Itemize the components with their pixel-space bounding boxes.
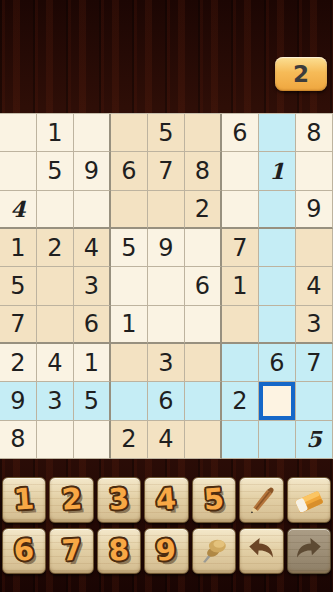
cell-r3c4[interactable]: [111, 191, 148, 229]
num-button-label: 7: [60, 535, 82, 565]
toolbar-row-2: 6789: [2, 528, 331, 574]
cell-r6c9[interactable]: 3: [296, 306, 333, 344]
cell-r1c6[interactable]: [185, 114, 222, 152]
cell-r7c9[interactable]: 7: [296, 344, 333, 382]
cell-r5c4[interactable]: [111, 267, 148, 305]
num-button-label: 6: [13, 535, 35, 565]
cell-r9c2[interactable]: [37, 421, 74, 459]
cell-r4c6[interactable]: [185, 229, 222, 267]
cell-r7c2[interactable]: 4: [37, 344, 74, 382]
num-button-label: 1: [13, 484, 35, 514]
cell-r1c5[interactable]: 5: [148, 114, 185, 152]
cell-r8c5[interactable]: 6: [148, 382, 185, 420]
cell-r5c7[interactable]: 1: [222, 267, 259, 305]
num-button-5[interactable]: 5: [192, 477, 236, 523]
cell-r2c4[interactable]: 6: [111, 152, 148, 190]
cell-r8c8[interactable]: [259, 382, 296, 420]
cell-r6c1[interactable]: 7: [0, 306, 37, 344]
num-button-label: 9: [155, 535, 177, 565]
cell-r2c1[interactable]: [0, 152, 37, 190]
num-button-2[interactable]: 2: [49, 477, 93, 523]
num-button-label: 4: [155, 484, 177, 514]
cell-r5c9[interactable]: 4: [296, 267, 333, 305]
cell-r3c1[interactable]: 4: [0, 191, 37, 229]
cell-r6c7[interactable]: [222, 306, 259, 344]
cell-r8c7[interactable]: 2: [222, 382, 259, 420]
cell-r8c2[interactable]: 3: [37, 382, 74, 420]
num-button-label: 3: [108, 484, 130, 514]
cell-r4c2[interactable]: 2: [37, 229, 74, 267]
cell-r4c4[interactable]: 5: [111, 229, 148, 267]
cell-r3c8[interactable]: [259, 191, 296, 229]
cell-r7c6[interactable]: [185, 344, 222, 382]
cell-r6c2[interactable]: [37, 306, 74, 344]
cell-r5c6[interactable]: 6: [185, 267, 222, 305]
pencil-icon: [245, 484, 277, 516]
cell-r1c2[interactable]: 1: [37, 114, 74, 152]
cell-r7c3[interactable]: 1: [74, 344, 111, 382]
cell-r1c4[interactable]: [111, 114, 148, 152]
num-button-9[interactable]: 9: [144, 528, 188, 574]
cell-r4c8[interactable]: [259, 229, 296, 267]
redo-icon: [293, 535, 325, 567]
cell-r8c4[interactable]: [111, 382, 148, 420]
cell-r4c3[interactable]: 4: [74, 229, 111, 267]
cell-r9c1[interactable]: 8: [0, 421, 37, 459]
cell-r8c1[interactable]: 9: [0, 382, 37, 420]
num-button-label: 5: [203, 484, 225, 514]
num-button-3[interactable]: 3: [97, 477, 141, 523]
eraser-button[interactable]: [287, 477, 331, 523]
sudoku-board: 1568596781429124597536147613241367935628…: [0, 113, 333, 459]
cell-r7c7[interactable]: [222, 344, 259, 382]
cell-r5c8[interactable]: [259, 267, 296, 305]
cell-r1c7[interactable]: 6: [222, 114, 259, 152]
cell-r7c1[interactable]: 2: [0, 344, 37, 382]
eraser-icon: [293, 484, 325, 516]
cell-r2c9[interactable]: [296, 152, 333, 190]
cell-r1c3[interactable]: [74, 114, 111, 152]
cell-r3c6[interactable]: 2: [185, 191, 222, 229]
cell-r7c8[interactable]: 6: [259, 344, 296, 382]
undo-icon: [245, 535, 277, 567]
num-button-1[interactable]: 1: [2, 477, 46, 523]
cell-r9c9[interactable]: 5: [296, 421, 333, 459]
cell-r2c6[interactable]: 8: [185, 152, 222, 190]
cell-r3c7[interactable]: [222, 191, 259, 229]
redo-button[interactable]: [287, 528, 331, 574]
cell-r5c2[interactable]: [37, 267, 74, 305]
cell-r7c4[interactable]: [111, 344, 148, 382]
cell-r7c5[interactable]: 3: [148, 344, 185, 382]
cell-r3c2[interactable]: [37, 191, 74, 229]
num-button-6[interactable]: 6: [2, 528, 46, 574]
cell-r2c3[interactable]: 9: [74, 152, 111, 190]
cell-r4c1[interactable]: 1: [0, 229, 37, 267]
undo-button[interactable]: [239, 528, 283, 574]
hint-counter-badge[interactable]: 2: [275, 57, 327, 91]
cell-r9c6[interactable]: [185, 421, 222, 459]
pencil-button[interactable]: [239, 477, 283, 523]
toolbar-row-1: 12345: [2, 477, 331, 523]
cell-r9c7[interactable]: [222, 421, 259, 459]
cell-r2c7[interactable]: [222, 152, 259, 190]
cell-r2c5[interactable]: 7: [148, 152, 185, 190]
cell-r1c9[interactable]: 8: [296, 114, 333, 152]
cell-r8c6[interactable]: [185, 382, 222, 420]
cell-r4c5[interactable]: 9: [148, 229, 185, 267]
cell-r9c8[interactable]: [259, 421, 296, 459]
cell-r4c9[interactable]: [296, 229, 333, 267]
pushpin-icon: [198, 535, 230, 567]
pushpin-button[interactable]: [192, 528, 236, 574]
cell-r6c3[interactable]: 6: [74, 306, 111, 344]
cell-r8c9[interactable]: [296, 382, 333, 420]
num-button-8[interactable]: 8: [97, 528, 141, 574]
num-button-7[interactable]: 7: [49, 528, 93, 574]
cell-r8c3[interactable]: 5: [74, 382, 111, 420]
cell-r1c1[interactable]: [0, 114, 37, 152]
num-button-label: 8: [108, 535, 130, 565]
cell-r3c3[interactable]: [74, 191, 111, 229]
cell-r2c8[interactable]: 1: [259, 152, 296, 190]
cell-r5c5[interactable]: [148, 267, 185, 305]
cell-r6c8[interactable]: [259, 306, 296, 344]
cell-r6c6[interactable]: [185, 306, 222, 344]
cell-r9c5[interactable]: 4: [148, 421, 185, 459]
cell-r6c5[interactable]: [148, 306, 185, 344]
cell-r5c3[interactable]: 3: [74, 267, 111, 305]
toolbar: 12345 6789: [2, 477, 331, 574]
num-button-4[interactable]: 4: [144, 477, 188, 523]
cell-r9c3[interactable]: [74, 421, 111, 459]
cell-r6c4[interactable]: 1: [111, 306, 148, 344]
num-button-label: 2: [60, 484, 82, 514]
cell-r5c1[interactable]: 5: [0, 267, 37, 305]
cell-r1c8[interactable]: [259, 114, 296, 152]
cell-r3c9[interactable]: 9: [296, 191, 333, 229]
cell-r9c4[interactable]: 2: [111, 421, 148, 459]
cell-r2c2[interactable]: 5: [37, 152, 74, 190]
cell-r4c7[interactable]: 7: [222, 229, 259, 267]
cell-r3c5[interactable]: [148, 191, 185, 229]
